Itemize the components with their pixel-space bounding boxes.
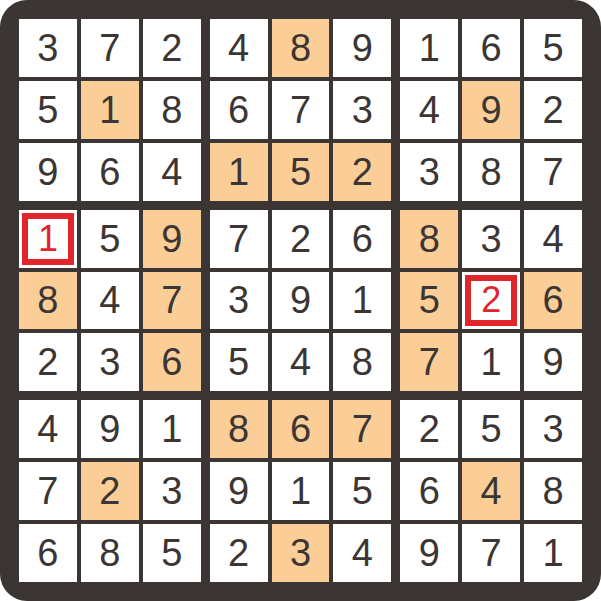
sudoku-block-3-2: 867915234 <box>210 400 392 582</box>
cell-r4c1[interactable]: 1 <box>19 210 77 268</box>
cell-r2c4[interactable]: 6 <box>210 81 268 139</box>
cell-r9c3[interactable]: 5 <box>143 524 201 582</box>
cell-r3c1[interactable]: 9 <box>19 143 77 201</box>
sudoku-block-1-2: 489673152 <box>210 19 392 201</box>
cell-r8c7[interactable]: 6 <box>400 462 458 520</box>
sudoku-block-1-3: 165492387 <box>400 19 582 201</box>
cell-r5c5[interactable]: 9 <box>272 272 330 330</box>
sudoku-block-3-3: 253648971 <box>400 400 582 582</box>
cell-r8c8[interactable]: 4 <box>462 462 520 520</box>
cell-r2c5[interactable]: 7 <box>272 81 330 139</box>
cell-r7c7[interactable]: 2 <box>400 400 458 458</box>
sudoku-block-1-1: 372518964 <box>19 19 201 201</box>
cell-r1c2[interactable]: 7 <box>81 19 139 77</box>
cell-r3c5[interactable]: 5 <box>272 143 330 201</box>
cell-r5c8[interactable]: 2 <box>462 272 520 330</box>
cell-r9c7[interactable]: 9 <box>400 524 458 582</box>
cell-r9c1[interactable]: 6 <box>19 524 77 582</box>
cell-r2c1[interactable]: 5 <box>19 81 77 139</box>
sudoku-block-2-1: 159847236 <box>19 210 201 392</box>
cell-r3c7[interactable]: 3 <box>400 143 458 201</box>
cell-r5c9[interactable]: 6 <box>524 272 582 330</box>
cell-r8c2[interactable]: 2 <box>81 462 139 520</box>
cell-r5c2[interactable]: 4 <box>81 272 139 330</box>
cell-r7c1[interactable]: 4 <box>19 400 77 458</box>
cell-r4c4[interactable]: 7 <box>210 210 268 268</box>
cell-r5c6[interactable]: 1 <box>333 272 391 330</box>
cell-r2c2[interactable]: 1 <box>81 81 139 139</box>
cell-r5c1[interactable]: 8 <box>19 272 77 330</box>
cell-r3c4[interactable]: 1 <box>210 143 268 201</box>
cell-r5c7[interactable]: 5 <box>400 272 458 330</box>
cell-r1c5[interactable]: 8 <box>272 19 330 77</box>
cell-r9c4[interactable]: 2 <box>210 524 268 582</box>
sudoku-grid: 3725189644896731521654923871598472367263… <box>19 19 582 582</box>
cell-r4c6[interactable]: 6 <box>333 210 391 268</box>
cell-r1c3[interactable]: 2 <box>143 19 201 77</box>
page-background: 3725189644896731521654923871598472367263… <box>0 0 601 601</box>
cell-r4c5[interactable]: 2 <box>272 210 330 268</box>
cell-r6c3[interactable]: 6 <box>143 333 201 391</box>
cell-r8c6[interactable]: 5 <box>333 462 391 520</box>
cell-r3c6[interactable]: 2 <box>333 143 391 201</box>
cell-r3c8[interactable]: 8 <box>462 143 520 201</box>
cell-r9c5[interactable]: 3 <box>272 524 330 582</box>
cell-r2c7[interactable]: 4 <box>400 81 458 139</box>
cell-r8c4[interactable]: 9 <box>210 462 268 520</box>
red-marker-frame: 2 <box>465 275 517 327</box>
sudoku-block-2-3: 834526719 <box>400 210 582 392</box>
cell-r7c8[interactable]: 5 <box>462 400 520 458</box>
cell-r4c2[interactable]: 5 <box>81 210 139 268</box>
cell-r7c9[interactable]: 3 <box>524 400 582 458</box>
sudoku-block-3-1: 491723685 <box>19 400 201 582</box>
cell-r8c9[interactable]: 8 <box>524 462 582 520</box>
cell-r9c6[interactable]: 4 <box>333 524 391 582</box>
cell-r6c5[interactable]: 4 <box>272 333 330 391</box>
cell-r8c5[interactable]: 1 <box>272 462 330 520</box>
cell-r7c5[interactable]: 6 <box>272 400 330 458</box>
cell-r6c6[interactable]: 8 <box>333 333 391 391</box>
cell-r3c3[interactable]: 4 <box>143 143 201 201</box>
cell-r5c4[interactable]: 3 <box>210 272 268 330</box>
cell-r9c8[interactable]: 7 <box>462 524 520 582</box>
cell-r2c6[interactable]: 3 <box>333 81 391 139</box>
cell-r6c7[interactable]: 7 <box>400 333 458 391</box>
cell-r1c8[interactable]: 6 <box>462 19 520 77</box>
cell-r7c3[interactable]: 1 <box>143 400 201 458</box>
cell-r4c8[interactable]: 3 <box>462 210 520 268</box>
cell-r8c1[interactable]: 7 <box>19 462 77 520</box>
cell-r2c8[interactable]: 9 <box>462 81 520 139</box>
cell-r2c9[interactable]: 2 <box>524 81 582 139</box>
cell-r7c6[interactable]: 7 <box>333 400 391 458</box>
cell-r1c4[interactable]: 4 <box>210 19 268 77</box>
sudoku-board: 3725189644896731521654923871598472367263… <box>0 0 601 601</box>
cell-r4c3[interactable]: 9 <box>143 210 201 268</box>
cell-r7c4[interactable]: 8 <box>210 400 268 458</box>
red-marker-frame: 1 <box>22 213 74 265</box>
cell-r4c9[interactable]: 4 <box>524 210 582 268</box>
cell-r9c2[interactable]: 8 <box>81 524 139 582</box>
cell-r6c1[interactable]: 2 <box>19 333 77 391</box>
cell-r1c9[interactable]: 5 <box>524 19 582 77</box>
cell-r3c9[interactable]: 7 <box>524 143 582 201</box>
cell-r7c2[interactable]: 9 <box>81 400 139 458</box>
cell-r8c3[interactable]: 3 <box>143 462 201 520</box>
cell-r1c6[interactable]: 9 <box>333 19 391 77</box>
cell-r1c7[interactable]: 1 <box>400 19 458 77</box>
cell-r6c2[interactable]: 3 <box>81 333 139 391</box>
cell-r4c7[interactable]: 8 <box>400 210 458 268</box>
cell-r2c3[interactable]: 8 <box>143 81 201 139</box>
sudoku-block-2-2: 726391548 <box>210 210 392 392</box>
cell-r6c8[interactable]: 1 <box>462 333 520 391</box>
cell-r1c1[interactable]: 3 <box>19 19 77 77</box>
cell-r3c2[interactable]: 6 <box>81 143 139 201</box>
cell-r6c9[interactable]: 9 <box>524 333 582 391</box>
cell-r9c9[interactable]: 1 <box>524 524 582 582</box>
cell-r5c3[interactable]: 7 <box>143 272 201 330</box>
cell-r6c4[interactable]: 5 <box>210 333 268 391</box>
